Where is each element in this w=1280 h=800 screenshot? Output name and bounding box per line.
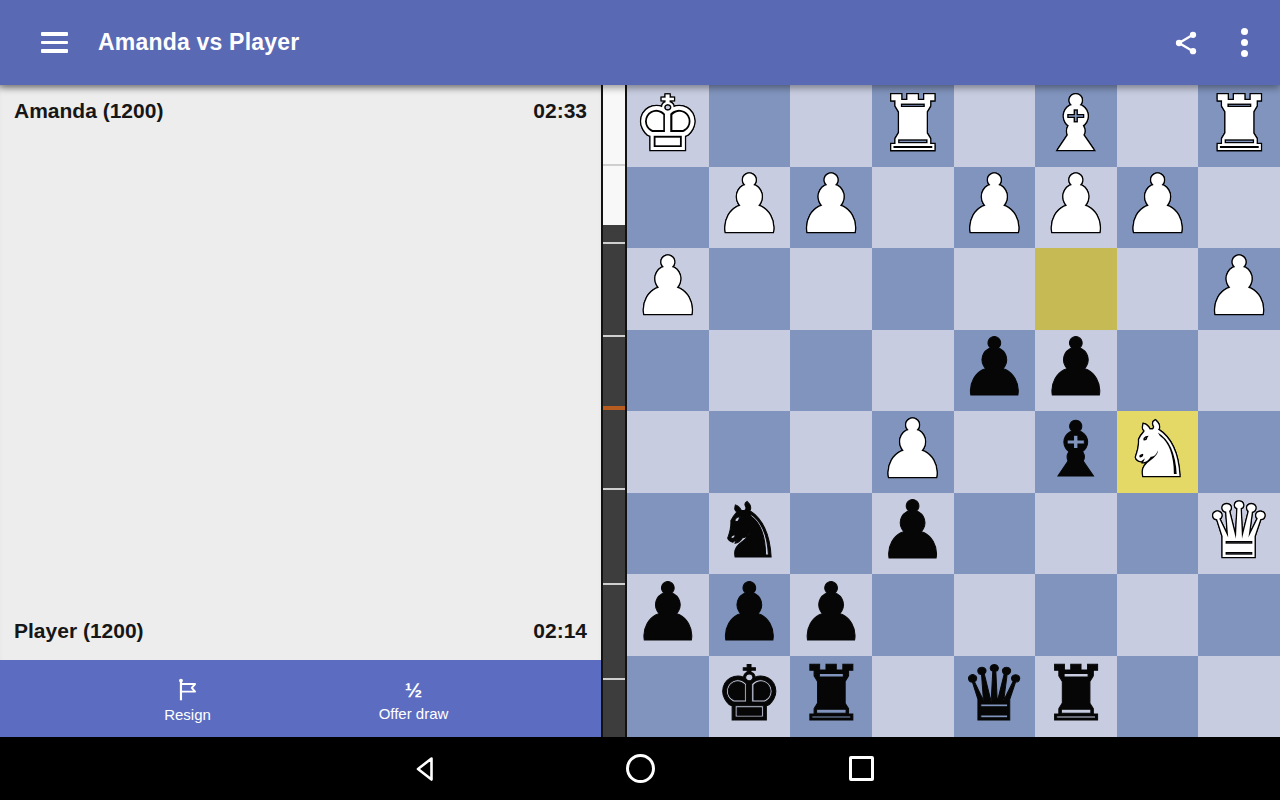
square-h5[interactable] <box>627 411 709 493</box>
square-g7[interactable]: ♟ <box>709 574 791 656</box>
square-d8[interactable]: ♛ <box>954 656 1036 738</box>
square-g4[interactable] <box>709 330 791 412</box>
square-a4[interactable] <box>1198 330 1280 412</box>
square-b5[interactable]: ♞ <box>1117 411 1199 493</box>
offer-draw-button[interactable]: ½ Offer draw <box>301 660 527 737</box>
scrollbar-divider <box>603 488 625 490</box>
white-king: ♚ <box>634 86 702 162</box>
square-c2[interactable]: ♟ <box>1035 167 1117 249</box>
white-rook: ♜ <box>879 86 947 162</box>
square-c6[interactable] <box>1035 493 1117 575</box>
square-d5[interactable] <box>954 411 1036 493</box>
square-d3[interactable] <box>954 248 1036 330</box>
black-rook: ♜ <box>1042 656 1110 732</box>
player-name-top: Amanda (1200) <box>14 98 163 124</box>
offer-draw-label: Offer draw <box>379 705 449 722</box>
move-list-scrollbar[interactable] <box>601 85 627 737</box>
square-a7[interactable] <box>1198 574 1280 656</box>
square-b2[interactable]: ♟ <box>1117 167 1199 249</box>
square-e1[interactable]: ♜ <box>872 85 954 167</box>
square-g6[interactable]: ♞ <box>709 493 791 575</box>
share-icon <box>1172 29 1200 57</box>
square-g2[interactable]: ♟ <box>709 167 791 249</box>
recents-button[interactable] <box>835 737 887 800</box>
square-c4[interactable]: ♟ <box>1035 330 1117 412</box>
square-b8[interactable] <box>1117 656 1199 738</box>
square-e3[interactable] <box>872 248 954 330</box>
resign-button[interactable]: Resign <box>75 660 301 737</box>
square-c5[interactable]: ♝ <box>1035 411 1117 493</box>
square-e8[interactable] <box>872 656 954 738</box>
square-b6[interactable] <box>1117 493 1199 575</box>
square-f1[interactable] <box>790 85 872 167</box>
square-h2[interactable] <box>627 167 709 249</box>
scrollbar-divider <box>603 335 625 337</box>
home-button[interactable] <box>614 737 666 800</box>
square-g1[interactable] <box>709 85 791 167</box>
share-button[interactable] <box>1164 21 1208 65</box>
square-h8[interactable] <box>627 656 709 738</box>
hamburger-menu-icon <box>41 32 68 53</box>
player-name-bottom: Player (1200) <box>14 618 144 644</box>
android-navigation-bar <box>0 737 1280 800</box>
action-bar: Resign ½ Offer draw <box>0 660 601 737</box>
square-h6[interactable] <box>627 493 709 575</box>
overflow-menu-button[interactable] <box>1222 21 1266 65</box>
square-h3[interactable]: ♟ <box>627 248 709 330</box>
square-b1[interactable] <box>1117 85 1199 167</box>
scrollbar-divider <box>603 164 625 166</box>
square-c8[interactable]: ♜ <box>1035 656 1117 738</box>
square-e7[interactable] <box>872 574 954 656</box>
game-info-panel: Amanda (1200) 02:33 Player (1200) 02:14 … <box>0 85 601 737</box>
black-pawn: ♟ <box>714 574 786 653</box>
white-pawn: ♟ <box>877 411 949 490</box>
black-pawn: ♟ <box>795 574 867 653</box>
black-pawn: ♟ <box>632 574 704 653</box>
white-rook: ♜ <box>1205 86 1273 162</box>
black-rook: ♜ <box>797 656 865 732</box>
app-screen: Amanda vs Player Amanda (1200) 02:33 <box>0 0 1280 800</box>
flag-icon <box>175 677 201 703</box>
square-d2[interactable]: ♟ <box>954 167 1036 249</box>
black-pawn: ♟ <box>1040 330 1112 409</box>
square-h7[interactable]: ♟ <box>627 574 709 656</box>
player-row-top: Amanda (1200) 02:33 <box>0 98 601 124</box>
square-d6[interactable] <box>954 493 1036 575</box>
player-row-bottom: Player (1200) 02:14 <box>0 618 601 644</box>
page-title: Amanda vs Player <box>98 29 299 56</box>
main-content: Amanda (1200) 02:33 Player (1200) 02:14 … <box>0 85 1280 737</box>
square-b4[interactable] <box>1117 330 1199 412</box>
home-icon <box>626 754 655 783</box>
square-c3[interactable] <box>1035 248 1117 330</box>
scrollbar-position-marker <box>603 406 625 410</box>
square-a3[interactable]: ♟ <box>1198 248 1280 330</box>
square-f8[interactable]: ♜ <box>790 656 872 738</box>
app-bar: Amanda vs Player <box>0 0 1280 85</box>
half-point-icon: ½ <box>405 678 423 702</box>
square-g5[interactable] <box>709 411 791 493</box>
black-king: ♚ <box>715 656 783 732</box>
square-e6[interactable]: ♟ <box>872 493 954 575</box>
square-e4[interactable] <box>872 330 954 412</box>
resign-label: Resign <box>164 706 211 723</box>
black-bishop: ♝ <box>1042 412 1110 488</box>
back-button[interactable] <box>398 737 450 800</box>
square-d1[interactable] <box>954 85 1036 167</box>
white-pawn: ♟ <box>795 167 867 246</box>
square-f4[interactable] <box>790 330 872 412</box>
white-pawn: ♟ <box>958 167 1030 246</box>
black-queen: ♛ <box>960 656 1028 732</box>
scrollbar-played-region <box>603 85 625 225</box>
square-a1[interactable]: ♜ <box>1198 85 1280 167</box>
menu-button[interactable] <box>22 11 86 75</box>
square-f7[interactable]: ♟ <box>790 574 872 656</box>
overflow-menu-icon <box>1241 28 1248 57</box>
square-c7[interactable] <box>1035 574 1117 656</box>
scrollbar-divider <box>603 678 625 680</box>
white-pawn: ♟ <box>714 167 786 246</box>
chess-board: ♚♜♝♜♟♟♟♟♟♟♟♟♟♟♝♞♞♟♛♟♟♟♚♜♛♜ <box>627 85 1280 737</box>
player-clock-top: 02:33 <box>533 98 587 124</box>
white-pawn: ♟ <box>632 248 704 327</box>
square-h4[interactable] <box>627 330 709 412</box>
square-a5[interactable] <box>1198 411 1280 493</box>
white-pawn: ♟ <box>1122 167 1194 246</box>
recents-icon <box>849 756 874 781</box>
square-f3[interactable] <box>790 248 872 330</box>
square-d4[interactable]: ♟ <box>954 330 1036 412</box>
square-d7[interactable] <box>954 574 1036 656</box>
back-icon <box>412 755 436 783</box>
square-e5[interactable]: ♟ <box>872 411 954 493</box>
square-e2[interactable] <box>872 167 954 249</box>
square-b7[interactable] <box>1117 574 1199 656</box>
scrollbar-divider <box>603 583 625 585</box>
square-f5[interactable] <box>790 411 872 493</box>
white-pawn: ♟ <box>1040 167 1112 246</box>
square-h1[interactable]: ♚ <box>627 85 709 167</box>
appbar-actions <box>1164 21 1266 65</box>
black-knight: ♞ <box>715 493 783 569</box>
white-pawn: ♟ <box>1203 248 1275 327</box>
square-g3[interactable] <box>709 248 791 330</box>
square-f6[interactable] <box>790 493 872 575</box>
black-pawn: ♟ <box>877 493 949 572</box>
white-queen: ♛ <box>1205 493 1273 569</box>
square-c1[interactable]: ♝ <box>1035 85 1117 167</box>
square-f2[interactable]: ♟ <box>790 167 872 249</box>
black-pawn: ♟ <box>958 330 1030 409</box>
white-knight: ♞ <box>1123 412 1191 488</box>
scrollbar-divider <box>603 242 625 244</box>
square-a8[interactable] <box>1198 656 1280 738</box>
player-clock-bottom: 02:14 <box>533 618 587 644</box>
square-b3[interactable] <box>1117 248 1199 330</box>
square-a2[interactable] <box>1198 167 1280 249</box>
square-a6[interactable]: ♛ <box>1198 493 1280 575</box>
white-bishop: ♝ <box>1042 86 1110 162</box>
square-g8[interactable]: ♚ <box>709 656 791 738</box>
